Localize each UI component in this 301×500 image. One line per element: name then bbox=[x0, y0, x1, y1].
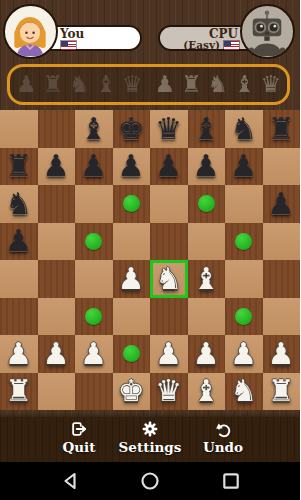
black-pawn-b7: ♟ bbox=[43, 151, 70, 181]
square-h3[interactable] bbox=[263, 298, 301, 336]
square-h2[interactable]: ♟ bbox=[263, 335, 301, 373]
square-c4[interactable] bbox=[75, 260, 113, 298]
settings-button[interactable]: Settings bbox=[114, 420, 186, 456]
square-g2[interactable]: ♟ bbox=[225, 335, 263, 373]
player-cpu-flag-us bbox=[223, 40, 240, 51]
square-g6[interactable] bbox=[225, 185, 263, 223]
square-h1[interactable]: ♜ bbox=[263, 373, 301, 411]
ghost-white-pawn-icon: ♟ bbox=[154, 73, 175, 96]
ghost-black-pawn-icon: ♟ bbox=[16, 73, 37, 96]
player-cpu-avatar bbox=[240, 4, 295, 59]
quit-exit-icon bbox=[70, 420, 88, 438]
nav-back-icon[interactable] bbox=[62, 472, 79, 491]
black-pawn-g7: ♟ bbox=[230, 151, 257, 181]
square-d7[interactable]: ♟ bbox=[113, 148, 151, 186]
square-c5[interactable] bbox=[75, 223, 113, 261]
square-g4[interactable] bbox=[225, 260, 263, 298]
square-b7[interactable]: ♟ bbox=[38, 148, 76, 186]
square-d5[interactable] bbox=[113, 223, 151, 261]
square-b6[interactable] bbox=[38, 185, 76, 223]
white-rook-h1: ♜ bbox=[268, 376, 295, 406]
white-pawn-h2: ♟ bbox=[268, 339, 295, 369]
player-you-name: You bbox=[60, 28, 84, 40]
square-b2[interactable]: ♟ bbox=[38, 335, 76, 373]
square-c7[interactable]: ♟ bbox=[75, 148, 113, 186]
legal-move-dot-d2[interactable] bbox=[123, 345, 140, 362]
square-b5[interactable] bbox=[38, 223, 76, 261]
square-h6[interactable]: ♟ bbox=[263, 185, 301, 223]
square-h7[interactable] bbox=[263, 148, 301, 186]
square-f1[interactable]: ♝ bbox=[188, 373, 226, 411]
white-pawn-c2: ♟ bbox=[80, 339, 107, 369]
square-g1[interactable]: ♞ bbox=[225, 373, 263, 411]
square-a4[interactable] bbox=[0, 260, 38, 298]
square-a1[interactable]: ♜ bbox=[0, 373, 38, 411]
ghost-black-rook-icon: ♜ bbox=[42, 73, 63, 96]
square-h4[interactable] bbox=[263, 260, 301, 298]
black-bishop-c8: ♝ bbox=[80, 114, 107, 144]
square-a7[interactable]: ♜ bbox=[0, 148, 38, 186]
black-king-d8: ♚ bbox=[118, 114, 145, 144]
square-f8[interactable]: ♝ bbox=[188, 110, 226, 148]
square-d8[interactable]: ♚ bbox=[113, 110, 151, 148]
white-king-d1: ♚ bbox=[118, 376, 145, 406]
legal-move-dot-g5[interactable] bbox=[235, 233, 252, 250]
square-e4[interactable]: ♞ bbox=[150, 260, 188, 298]
white-pawn-e2: ♟ bbox=[155, 339, 182, 369]
square-d2[interactable] bbox=[113, 335, 151, 373]
settings-label: Settings bbox=[119, 438, 182, 456]
square-b3[interactable] bbox=[38, 298, 76, 336]
square-b4[interactable] bbox=[38, 260, 76, 298]
white-pawn-f2: ♟ bbox=[193, 339, 220, 369]
square-h5[interactable] bbox=[263, 223, 301, 261]
square-c1[interactable] bbox=[75, 373, 113, 411]
ghost-white-rook-icon: ♜ bbox=[181, 73, 202, 96]
square-a5[interactable]: ♟ bbox=[0, 223, 38, 261]
black-rook-h8: ♜ bbox=[268, 114, 295, 144]
ghost-white-bishop-icon: ♝ bbox=[234, 73, 255, 96]
settings-gear-icon bbox=[141, 420, 159, 438]
square-g7[interactable]: ♟ bbox=[225, 148, 263, 186]
black-bishop-f8: ♝ bbox=[193, 114, 220, 144]
legal-move-dot-f6[interactable] bbox=[198, 195, 215, 212]
white-pawn-d4: ♟ bbox=[118, 264, 145, 294]
ghost-white-knight-icon: ♞ bbox=[207, 73, 228, 96]
white-queen-e1: ♛ bbox=[155, 376, 182, 406]
white-pawn-a2: ♟ bbox=[5, 339, 32, 369]
white-pawn-g2: ♟ bbox=[230, 339, 257, 369]
ghost-black-knight-icon: ♞ bbox=[69, 73, 90, 96]
legal-move-dot-g3[interactable] bbox=[235, 308, 252, 325]
black-queen-e8: ♛ bbox=[155, 114, 182, 144]
square-g5[interactable] bbox=[225, 223, 263, 261]
square-f4[interactable]: ♝ bbox=[188, 260, 226, 298]
ghost-white-queen-icon: ♛ bbox=[260, 73, 281, 96]
chess-app-screen: You CPU (Easy) bbox=[0, 0, 300, 500]
quit-button[interactable]: Quit bbox=[43, 420, 115, 456]
square-f6[interactable] bbox=[188, 185, 226, 223]
white-bishop-f1: ♝ bbox=[193, 376, 220, 406]
undo-button[interactable]: Undo bbox=[187, 420, 259, 456]
square-c2[interactable]: ♟ bbox=[75, 335, 113, 373]
square-a6[interactable]: ♞ bbox=[0, 185, 38, 223]
ghost-black-bishop-icon: ♝ bbox=[95, 73, 116, 96]
square-e3[interactable] bbox=[150, 298, 188, 336]
square-c3[interactable] bbox=[75, 298, 113, 336]
white-bishop-f4: ♝ bbox=[193, 264, 220, 294]
black-pawn-d7: ♟ bbox=[118, 151, 145, 181]
square-g3[interactable] bbox=[225, 298, 263, 336]
square-a3[interactable] bbox=[0, 298, 38, 336]
square-e6[interactable] bbox=[150, 185, 188, 223]
black-rook-a7: ♜ bbox=[5, 151, 32, 181]
android-nav-bar bbox=[0, 462, 300, 500]
nav-home-icon[interactable] bbox=[141, 472, 160, 491]
cpu-difficulty-label: (Easy) bbox=[183, 39, 220, 51]
white-knight-g1: ♞ bbox=[230, 376, 257, 406]
undo-arrow-icon bbox=[214, 420, 233, 438]
square-e8[interactable]: ♛ bbox=[150, 110, 188, 148]
square-b8[interactable] bbox=[38, 110, 76, 148]
black-knight-g8: ♞ bbox=[230, 114, 257, 144]
square-f3[interactable] bbox=[188, 298, 226, 336]
black-pawn-a5: ♟ bbox=[5, 226, 32, 256]
ghost-black-queen-icon: ♛ bbox=[122, 73, 143, 96]
square-d4[interactable]: ♟ bbox=[113, 260, 151, 298]
robot-avatar-icon bbox=[242, 6, 292, 56]
square-d1[interactable]: ♚ bbox=[113, 373, 151, 411]
captured-white-group: ♟♜♞♝♛ bbox=[149, 67, 288, 102]
black-knight-a6: ♞ bbox=[5, 189, 32, 219]
square-e2[interactable]: ♟ bbox=[150, 335, 188, 373]
black-pawn-h6: ♟ bbox=[268, 189, 295, 219]
square-f7[interactable]: ♟ bbox=[188, 148, 226, 186]
black-pawn-f7: ♟ bbox=[193, 151, 220, 181]
undo-label: Undo bbox=[203, 438, 243, 456]
square-e1[interactable]: ♛ bbox=[150, 373, 188, 411]
black-pawn-c7: ♟ bbox=[80, 151, 107, 181]
captured-pieces-tray: ♟♜♞♝♛ ♟♜♞♝♛ bbox=[7, 64, 290, 105]
square-f5[interactable] bbox=[188, 223, 226, 261]
square-d3[interactable] bbox=[113, 298, 151, 336]
girl-avatar-icon bbox=[5, 6, 55, 56]
captured-black-group: ♟♜♞♝♛ bbox=[10, 67, 149, 102]
square-e7[interactable]: ♟ bbox=[150, 148, 188, 186]
chess-board[interactable]: ♝♚♛♝♞♜♜♟♟♟♟♟♟♞♟♟♟♞♝♟♟♟♟♟♟♟♜♚♛♝♞♜ bbox=[0, 110, 300, 410]
bottom-menu-bar: Quit bbox=[0, 417, 300, 462]
legal-move-dot-c5[interactable] bbox=[85, 233, 102, 250]
square-g8[interactable]: ♞ bbox=[225, 110, 263, 148]
nav-recents-icon[interactable] bbox=[223, 473, 240, 490]
white-pawn-b2: ♟ bbox=[43, 339, 70, 369]
black-pawn-e7: ♟ bbox=[155, 151, 182, 181]
legal-move-dot-c3[interactable] bbox=[85, 308, 102, 325]
square-a2[interactable]: ♟ bbox=[0, 335, 38, 373]
square-d6[interactable] bbox=[113, 185, 151, 223]
quit-label: Quit bbox=[63, 438, 96, 456]
player-you-flag-us bbox=[60, 40, 77, 51]
player-you-avatar bbox=[3, 4, 58, 59]
white-rook-a1: ♜ bbox=[5, 376, 32, 406]
white-knight-e4: ♞ bbox=[155, 264, 182, 294]
square-c6[interactable] bbox=[75, 185, 113, 223]
square-h8[interactable]: ♜ bbox=[263, 110, 301, 148]
legal-move-dot-d6[interactable] bbox=[123, 195, 140, 212]
square-b1[interactable] bbox=[38, 373, 76, 411]
square-c8[interactable]: ♝ bbox=[75, 110, 113, 148]
square-a8[interactable] bbox=[0, 110, 38, 148]
square-e5[interactable] bbox=[150, 223, 188, 261]
square-f2[interactable]: ♟ bbox=[188, 335, 226, 373]
